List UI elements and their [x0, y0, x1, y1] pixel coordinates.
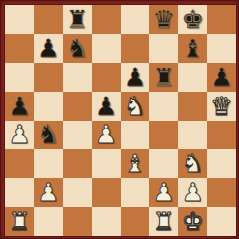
- square-a7[interactable]: [5, 34, 34, 63]
- square-e5[interactable]: ♞: [121, 92, 150, 121]
- square-b1[interactable]: [34, 207, 63, 236]
- square-b6[interactable]: [34, 63, 63, 92]
- square-b3[interactable]: [34, 149, 63, 178]
- square-g2[interactable]: ♟: [178, 178, 207, 207]
- square-g3[interactable]: ♞: [178, 149, 207, 178]
- chessboard-frame: ♜♛♚♟♞♝♟♜♟♟♟♞♛♟♞♟♝♞♟♟♟♜♜♚: [0, 0, 239, 239]
- square-e7[interactable]: [121, 34, 150, 63]
- square-e8[interactable]: [121, 5, 150, 34]
- square-d6[interactable]: [92, 63, 121, 92]
- square-c8[interactable]: ♜: [63, 5, 92, 34]
- piece-black-rook-f6[interactable]: ♜: [149, 63, 178, 92]
- square-d1[interactable]: [92, 207, 121, 236]
- square-e4[interactable]: [121, 121, 150, 150]
- square-e3[interactable]: ♝: [121, 149, 150, 178]
- square-h7[interactable]: [207, 34, 236, 63]
- square-g1[interactable]: ♚: [178, 207, 207, 236]
- square-e2[interactable]: [121, 178, 150, 207]
- square-g5[interactable]: [178, 92, 207, 121]
- piece-white-pawn-g2[interactable]: ♟: [178, 178, 207, 207]
- piece-black-king-g8[interactable]: ♚: [178, 5, 207, 34]
- piece-white-pawn-d4[interactable]: ♟: [92, 121, 121, 150]
- piece-white-rook-f1[interactable]: ♜: [149, 207, 178, 236]
- piece-white-king-g1[interactable]: ♚: [178, 207, 207, 236]
- square-h4[interactable]: [207, 121, 236, 150]
- piece-white-pawn-b2[interactable]: ♟: [34, 178, 63, 207]
- piece-white-queen-h5[interactable]: ♛: [207, 92, 236, 121]
- piece-black-pawn-e6[interactable]: ♟: [121, 63, 150, 92]
- piece-black-knight-c7[interactable]: ♞: [63, 34, 92, 63]
- square-e1[interactable]: [121, 207, 150, 236]
- square-f7[interactable]: [149, 34, 178, 63]
- square-a8[interactable]: [5, 5, 34, 34]
- square-d5[interactable]: ♟: [92, 92, 121, 121]
- square-d3[interactable]: [92, 149, 121, 178]
- square-f5[interactable]: [149, 92, 178, 121]
- square-g6[interactable]: [178, 63, 207, 92]
- piece-white-knight-e5[interactable]: ♞: [121, 92, 150, 121]
- square-a4[interactable]: ♟: [5, 121, 34, 150]
- square-g4[interactable]: [178, 121, 207, 150]
- piece-white-pawn-a4[interactable]: ♟: [5, 121, 34, 150]
- square-a6[interactable]: [5, 63, 34, 92]
- square-d4[interactable]: ♟: [92, 121, 121, 150]
- square-g8[interactable]: ♚: [178, 5, 207, 34]
- square-b5[interactable]: [34, 92, 63, 121]
- piece-black-bishop-g7[interactable]: ♝: [178, 34, 207, 63]
- piece-black-pawn-h6[interactable]: ♟: [207, 63, 236, 92]
- piece-white-bishop-e3[interactable]: ♝: [121, 149, 150, 178]
- square-h8[interactable]: [207, 5, 236, 34]
- square-c4[interactable]: [63, 121, 92, 150]
- square-c6[interactable]: [63, 63, 92, 92]
- square-b8[interactable]: [34, 5, 63, 34]
- piece-black-knight-b4[interactable]: ♞: [34, 121, 63, 150]
- square-b2[interactable]: ♟: [34, 178, 63, 207]
- piece-white-knight-g3[interactable]: ♞: [178, 149, 207, 178]
- square-a3[interactable]: [5, 149, 34, 178]
- square-h3[interactable]: [207, 149, 236, 178]
- square-f1[interactable]: ♜: [149, 207, 178, 236]
- square-g7[interactable]: ♝: [178, 34, 207, 63]
- piece-white-pawn-f2[interactable]: ♟: [149, 178, 178, 207]
- square-b4[interactable]: ♞: [34, 121, 63, 150]
- square-f6[interactable]: ♜: [149, 63, 178, 92]
- square-f4[interactable]: [149, 121, 178, 150]
- square-h6[interactable]: ♟: [207, 63, 236, 92]
- piece-black-pawn-b7[interactable]: ♟: [34, 34, 63, 63]
- square-h5[interactable]: ♛: [207, 92, 236, 121]
- square-c3[interactable]: [63, 149, 92, 178]
- square-f3[interactable]: [149, 149, 178, 178]
- piece-black-rook-c8[interactable]: ♜: [63, 5, 92, 34]
- piece-black-pawn-a5[interactable]: ♟: [5, 92, 34, 121]
- chessboard-grid: ♜♛♚♟♞♝♟♜♟♟♟♞♛♟♞♟♝♞♟♟♟♜♜♚: [5, 5, 236, 236]
- square-c7[interactable]: ♞: [63, 34, 92, 63]
- square-d2[interactable]: [92, 178, 121, 207]
- square-c1[interactable]: [63, 207, 92, 236]
- square-f2[interactable]: ♟: [149, 178, 178, 207]
- square-c2[interactable]: [63, 178, 92, 207]
- piece-white-rook-a1[interactable]: ♜: [5, 207, 34, 236]
- square-h2[interactable]: [207, 178, 236, 207]
- piece-black-pawn-d5[interactable]: ♟: [92, 92, 121, 121]
- square-d8[interactable]: [92, 5, 121, 34]
- square-h1[interactable]: [207, 207, 236, 236]
- square-f8[interactable]: ♛: [149, 5, 178, 34]
- square-b7[interactable]: ♟: [34, 34, 63, 63]
- square-a2[interactable]: [5, 178, 34, 207]
- piece-black-queen-f8[interactable]: ♛: [149, 5, 178, 34]
- square-e6[interactable]: ♟: [121, 63, 150, 92]
- square-d7[interactable]: [92, 34, 121, 63]
- square-c5[interactable]: [63, 92, 92, 121]
- square-a1[interactable]: ♜: [5, 207, 34, 236]
- square-a5[interactable]: ♟: [5, 92, 34, 121]
